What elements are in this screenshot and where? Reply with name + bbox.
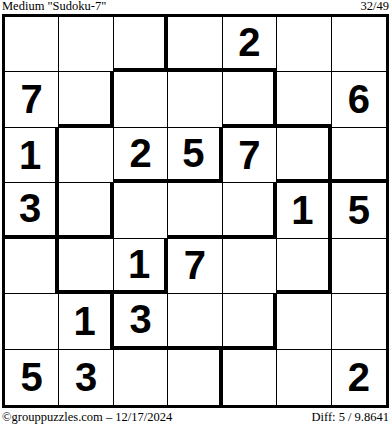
cell-r3c2[interactable] bbox=[59, 128, 113, 183]
cell-r6c7[interactable] bbox=[332, 294, 386, 349]
cell-r6c6[interactable] bbox=[277, 294, 331, 349]
cell-r1c1[interactable] bbox=[5, 17, 59, 72]
cell-r5c2[interactable] bbox=[59, 239, 113, 294]
cell-r6c4[interactable] bbox=[168, 294, 222, 349]
cell-r2c6[interactable] bbox=[277, 72, 331, 127]
cell-r2c5[interactable] bbox=[223, 72, 277, 127]
cell-r5c7[interactable] bbox=[332, 239, 386, 294]
cell-r5c3: 1 bbox=[114, 239, 168, 294]
cell-r6c2: 1 bbox=[59, 294, 113, 349]
cell-r4c5[interactable] bbox=[223, 183, 277, 238]
cell-r4c1: 3 bbox=[5, 183, 59, 238]
copyright-date: ©grouppuzzles.com – 12/17/2024 bbox=[2, 410, 172, 424]
cell-r4c2[interactable] bbox=[59, 183, 113, 238]
cell-r3c1: 1 bbox=[5, 128, 59, 183]
cell-r1c7[interactable] bbox=[332, 17, 386, 72]
cell-r3c5: 7 bbox=[223, 128, 277, 183]
cell-r5c5[interactable] bbox=[223, 239, 277, 294]
footer: ©grouppuzzles.com – 12/17/2024 Diff: 5 /… bbox=[0, 408, 391, 424]
cell-r5c6[interactable] bbox=[277, 239, 331, 294]
difficulty-rating: Diff: 5 / 9.8641 bbox=[311, 410, 389, 424]
puzzle-counter: 32/49 bbox=[361, 0, 389, 13]
cell-r2c1: 7 bbox=[5, 72, 59, 127]
cell-r2c4[interactable] bbox=[168, 72, 222, 127]
cell-r1c4[interactable] bbox=[168, 17, 222, 72]
page-title: Medium "Sudoku-7" bbox=[2, 0, 106, 13]
cell-r7c5[interactable] bbox=[223, 350, 277, 405]
cell-r1c6[interactable] bbox=[277, 17, 331, 72]
sudoku-board: 27612573151713532 bbox=[2, 14, 389, 408]
cell-r6c3: 3 bbox=[114, 294, 168, 349]
cell-r7c6[interactable] bbox=[277, 350, 331, 405]
cell-r3c6[interactable] bbox=[277, 128, 331, 183]
header: Medium "Sudoku-7" 32/49 bbox=[0, 0, 391, 14]
cell-r7c2: 3 bbox=[59, 350, 113, 405]
cell-r7c7: 2 bbox=[332, 350, 386, 405]
puzzle-page: Medium "Sudoku-7" 32/49 2761257315171353… bbox=[0, 0, 391, 426]
cell-r4c4[interactable] bbox=[168, 183, 222, 238]
cell-r1c3[interactable] bbox=[114, 17, 168, 72]
cell-r7c3[interactable] bbox=[114, 350, 168, 405]
cell-r6c1[interactable] bbox=[5, 294, 59, 349]
cell-r5c1[interactable] bbox=[5, 239, 59, 294]
cell-r7c1: 5 bbox=[5, 350, 59, 405]
cell-r4c7: 5 bbox=[332, 183, 386, 238]
cell-r2c2[interactable] bbox=[59, 72, 113, 127]
cell-r2c3[interactable] bbox=[114, 72, 168, 127]
cell-r6c5[interactable] bbox=[223, 294, 277, 349]
cell-r3c4: 5 bbox=[168, 128, 222, 183]
cell-r5c4: 7 bbox=[168, 239, 222, 294]
cell-r3c3: 2 bbox=[114, 128, 168, 183]
cell-r1c2[interactable] bbox=[59, 17, 113, 72]
cell-r4c3[interactable] bbox=[114, 183, 168, 238]
cell-r2c7: 6 bbox=[332, 72, 386, 127]
cell-r3c7[interactable] bbox=[332, 128, 386, 183]
cell-r4c6: 1 bbox=[277, 183, 331, 238]
cell-r1c5: 2 bbox=[223, 17, 277, 72]
cell-r7c4[interactable] bbox=[168, 350, 222, 405]
